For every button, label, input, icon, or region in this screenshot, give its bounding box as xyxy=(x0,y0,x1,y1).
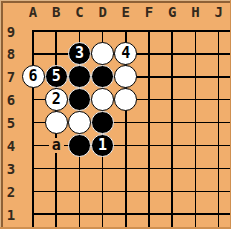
grid-line-vertical xyxy=(148,30,150,227)
stone-black xyxy=(68,88,91,111)
stone-black xyxy=(68,134,91,157)
column-label: J xyxy=(214,5,222,19)
column-label: D xyxy=(98,5,106,19)
stone-black: 3 xyxy=(68,42,91,65)
grid-line-vertical xyxy=(171,30,173,227)
stone-white xyxy=(91,88,114,111)
row-label: 2 xyxy=(7,185,15,199)
stone-number: 5 xyxy=(52,69,61,84)
stone-number: 4 xyxy=(121,46,130,61)
stone-white xyxy=(114,88,137,111)
grid-line-vertical xyxy=(218,30,220,227)
stone-white xyxy=(91,42,114,65)
row-label: 7 xyxy=(7,70,15,84)
stone-number: 1 xyxy=(98,138,107,153)
column-label: E xyxy=(122,5,130,19)
point-label: a xyxy=(49,138,64,153)
column-label: B xyxy=(52,5,60,19)
stone-black xyxy=(68,65,91,88)
stone-white: 2 xyxy=(45,88,68,111)
stone-white xyxy=(68,111,91,134)
stone-white: 4 xyxy=(114,42,137,65)
column-label: A xyxy=(29,5,37,19)
row-label: 5 xyxy=(7,116,15,130)
stone-number: 2 xyxy=(52,92,61,107)
board-border-right xyxy=(230,0,231,229)
board-border-top-dark xyxy=(0,1,231,3)
stone-black xyxy=(91,65,114,88)
grid-line-horizontal xyxy=(32,30,230,32)
stone-black: 5 xyxy=(45,65,68,88)
go-board: ABCDEFGHJ987654321346521a xyxy=(0,0,231,229)
row-label: 1 xyxy=(7,208,15,222)
board-border-left-dark xyxy=(1,1,3,229)
row-label: 6 xyxy=(7,93,15,107)
row-label: 8 xyxy=(7,47,15,61)
row-label: 3 xyxy=(7,162,15,176)
board-border-bottom xyxy=(0,227,231,229)
row-label: 9 xyxy=(7,25,15,39)
stone-white: 6 xyxy=(22,65,45,88)
column-label: F xyxy=(145,5,153,19)
stone-white xyxy=(45,111,68,134)
stone-black xyxy=(91,111,114,134)
stone-number: 6 xyxy=(28,69,37,84)
grid-line-vertical xyxy=(32,30,34,227)
grid-line-horizontal xyxy=(32,213,230,215)
column-label: G xyxy=(168,5,176,19)
grid-line-horizontal xyxy=(32,191,230,193)
stone-black: 1 xyxy=(91,134,114,157)
row-label: 4 xyxy=(7,139,15,153)
column-label: H xyxy=(191,5,199,19)
stone-white xyxy=(114,65,137,88)
column-label: C xyxy=(75,5,83,19)
grid-line-horizontal xyxy=(32,168,230,170)
stone-number: 3 xyxy=(75,46,84,61)
grid-line-vertical xyxy=(195,30,197,227)
